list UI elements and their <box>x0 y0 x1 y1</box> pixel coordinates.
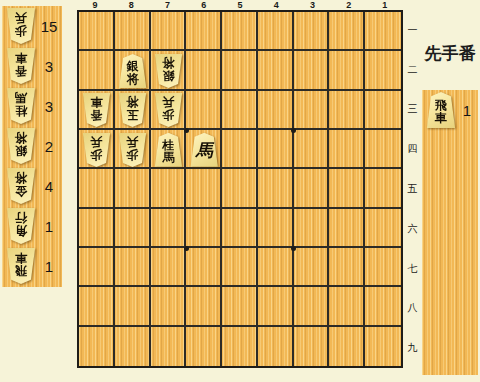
file-label-3: 3 <box>294 0 330 10</box>
sente-hand-row-rook: 飛車1 <box>422 90 478 130</box>
square-3-1[interactable] <box>294 12 330 51</box>
gote-hand-count-rook: 1 <box>36 258 62 275</box>
star-point <box>184 128 189 133</box>
square-4-4[interactable] <box>258 130 294 169</box>
file-label-4: 4 <box>258 0 294 10</box>
square-5-7[interactable] <box>222 248 258 287</box>
piece-body: 歩兵 <box>118 133 147 167</box>
gote-knight-piece[interactable]: 桂馬 <box>6 88 36 124</box>
piece-body: 飛車 <box>426 92 456 128</box>
piece-kanji: 兵 <box>127 136 139 149</box>
piece-kanji: 兵 <box>162 96 174 109</box>
square-3-8[interactable] <box>294 287 330 326</box>
square-2-4[interactable] <box>329 130 365 169</box>
rank-label-4: 四 <box>405 129 420 169</box>
rank-label-6: 六 <box>405 209 420 249</box>
gote-hand-row-gold: 金将4 <box>2 166 62 206</box>
file-label-1: 1 <box>367 0 403 10</box>
square-4-5[interactable] <box>258 169 294 208</box>
piece-kanji: 馬 <box>196 142 213 160</box>
piece-kanji: 車 <box>435 112 447 125</box>
sente-rook-piece[interactable]: 飛車 <box>426 92 456 128</box>
file-label-9: 9 <box>77 0 113 10</box>
rank-label-3: 三 <box>405 90 420 130</box>
square-7-1[interactable] <box>151 12 187 51</box>
piece-kanji: 車 <box>91 96 103 109</box>
piece-body: 銀将 <box>118 54 147 88</box>
sente-silver-at-8二[interactable]: 銀将 <box>118 54 147 88</box>
gote-hand-count-lance: 3 <box>36 58 62 75</box>
square-4-8[interactable] <box>258 287 294 326</box>
star-point <box>184 246 189 251</box>
square-6-9[interactable] <box>186 327 222 366</box>
turn-indicator: 先手番 <box>423 42 477 65</box>
square-6-5[interactable] <box>186 169 222 208</box>
piece-body: 歩兵 <box>154 93 183 127</box>
square-4-3[interactable] <box>258 91 294 130</box>
rank-label-7: 七 <box>405 249 420 289</box>
file-label-2: 2 <box>331 0 367 10</box>
rank-label-9: 九 <box>405 328 420 368</box>
square-1-4[interactable] <box>365 130 401 169</box>
rank-label-8: 八 <box>405 288 420 328</box>
piece-body: 馬 <box>190 133 219 167</box>
file-label-7: 7 <box>149 0 185 10</box>
gote-hand-row-bishop: 角行1 <box>2 206 62 246</box>
piece-body: 金将 <box>6 168 36 204</box>
square-2-6[interactable] <box>329 209 365 248</box>
piece-kanji: 兵 <box>91 136 103 149</box>
square-8-6[interactable] <box>115 209 151 248</box>
square-9-2[interactable] <box>79 51 115 90</box>
gote-king-at-8三[interactable]: 玉将 <box>118 93 147 127</box>
piece-kanji: 歩 <box>127 148 139 161</box>
gote-gold-piece[interactable]: 金将 <box>6 168 36 204</box>
piece-kanji: 歩 <box>91 148 103 161</box>
square-3-9[interactable] <box>294 327 330 366</box>
piece-kanji: 車 <box>15 52 27 65</box>
gote-hand-count-pawn: 15 <box>36 18 62 35</box>
square-3-5[interactable] <box>294 169 330 208</box>
piece-kanji: 将 <box>162 57 174 70</box>
gote-rook-piece[interactable]: 飛車 <box>6 248 36 284</box>
gote-hand-row-silver: 銀将2 <box>2 126 62 166</box>
square-6-6[interactable] <box>186 209 222 248</box>
gote-hand-count-silver: 2 <box>36 138 62 155</box>
gote-silver-piece[interactable]: 銀将 <box>6 128 36 164</box>
piece-kanji: 飛 <box>435 99 447 112</box>
piece-body: 桂馬 <box>154 133 183 167</box>
square-1-2[interactable] <box>365 51 401 90</box>
square-6-8[interactable] <box>186 287 222 326</box>
square-9-7[interactable] <box>79 248 115 287</box>
gote-pawn-at-9四[interactable]: 歩兵 <box>82 133 111 167</box>
piece-body: 桂馬 <box>6 88 36 124</box>
piece-body: 銀将 <box>154 54 183 88</box>
piece-kanji: 金 <box>15 185 27 198</box>
square-6-2[interactable] <box>186 51 222 90</box>
star-point <box>291 246 296 251</box>
piece-body: 玉将 <box>118 93 147 127</box>
gote-hand-row-pawn: 歩兵15 <box>2 6 62 46</box>
piece-kanji: 歩 <box>15 25 27 38</box>
piece-body: 歩兵 <box>6 8 36 44</box>
gote-bishop-piece[interactable]: 角行 <box>6 208 36 244</box>
piece-kanji: 車 <box>15 252 27 265</box>
piece-kanji: 兵 <box>15 12 27 25</box>
square-2-9[interactable] <box>329 327 365 366</box>
square-7-7[interactable] <box>151 248 187 287</box>
gote-hand-count-knight: 3 <box>36 98 62 115</box>
shogi-board: 銀将銀将香車玉将歩兵歩兵歩兵桂馬馬 <box>77 10 403 368</box>
square-2-5[interactable] <box>329 169 365 208</box>
square-7-8[interactable] <box>151 287 187 326</box>
square-2-2[interactable] <box>329 51 365 90</box>
gote-hand-row-rook: 飛車1 <box>2 246 62 286</box>
square-3-7[interactable] <box>294 248 330 287</box>
square-7-6[interactable] <box>151 209 187 248</box>
gote-hand-count-bishop: 1 <box>36 218 62 235</box>
piece-kanji: 銀 <box>127 60 139 73</box>
square-1-7[interactable] <box>365 248 401 287</box>
piece-body: 銀将 <box>6 128 36 164</box>
piece-body: 角行 <box>6 208 36 244</box>
file-labels: 987654321 <box>77 0 403 10</box>
piece-kanji: 将 <box>127 96 139 109</box>
sente-captured-stand: 飛車1 <box>422 90 478 375</box>
square-2-7[interactable] <box>329 248 365 287</box>
rank-label-5: 五 <box>405 169 420 209</box>
square-5-3[interactable] <box>222 91 258 130</box>
square-7-9[interactable] <box>151 327 187 366</box>
piece-kanji: 将 <box>15 132 27 145</box>
piece-kanji: 歩 <box>162 109 174 122</box>
square-6-3[interactable] <box>186 91 222 130</box>
square-5-6[interactable] <box>222 209 258 248</box>
square-9-8[interactable] <box>79 287 115 326</box>
square-8-7[interactable] <box>115 248 151 287</box>
piece-kanji: 角 <box>15 225 27 238</box>
piece-kanji: 飛 <box>15 265 27 278</box>
star-point <box>291 128 296 133</box>
square-9-9[interactable] <box>79 327 115 366</box>
square-8-5[interactable] <box>115 169 151 208</box>
square-3-4[interactable] <box>294 130 330 169</box>
gote-pawn-at-8四[interactable]: 歩兵 <box>118 133 147 167</box>
square-8-9[interactable] <box>115 327 151 366</box>
file-label-6: 6 <box>186 0 222 10</box>
square-1-3[interactable] <box>365 91 401 130</box>
gote-pawn-at-7三[interactable]: 歩兵 <box>154 93 183 127</box>
square-9-5[interactable] <box>79 169 115 208</box>
piece-body: 飛車 <box>6 248 36 284</box>
square-3-2[interactable] <box>294 51 330 90</box>
sente-promoted-bishop-at-6四[interactable]: 馬 <box>190 133 219 167</box>
square-8-8[interactable] <box>115 287 151 326</box>
piece-body: 香車 <box>82 93 111 127</box>
square-8-1[interactable] <box>115 12 151 51</box>
square-9-1[interactable] <box>79 12 115 51</box>
square-2-3[interactable] <box>329 91 365 130</box>
gote-hand-row-lance: 香車3 <box>2 46 62 86</box>
square-1-9[interactable] <box>365 327 401 366</box>
piece-kanji: 香 <box>91 109 103 122</box>
piece-body: 香車 <box>6 48 36 84</box>
square-5-2[interactable] <box>222 51 258 90</box>
piece-kanji: 馬 <box>15 92 27 105</box>
square-4-7[interactable] <box>258 248 294 287</box>
square-1-1[interactable] <box>365 12 401 51</box>
square-4-6[interactable] <box>258 209 294 248</box>
square-3-6[interactable] <box>294 209 330 248</box>
piece-kanji: 銀 <box>162 70 174 83</box>
square-5-8[interactable] <box>222 287 258 326</box>
file-label-5: 5 <box>222 0 258 10</box>
sente-hand-count-rook: 1 <box>456 102 478 119</box>
gote-captured-stand: 歩兵15香車3桂馬3銀将2金将4角行1飛車1 <box>2 6 62 287</box>
piece-kanji: 銀 <box>15 145 27 158</box>
piece-kanji: 香 <box>15 65 27 78</box>
gote-pawn-piece[interactable]: 歩兵 <box>6 8 36 44</box>
square-4-1[interactable] <box>258 12 294 51</box>
square-3-3[interactable] <box>294 91 330 130</box>
file-label-8: 8 <box>113 0 149 10</box>
shogi-diagram: 987654321 一二三四五六七八九 銀将銀将香車玉将歩兵歩兵歩兵桂馬馬 歩兵… <box>0 0 480 382</box>
square-1-5[interactable] <box>365 169 401 208</box>
gote-lance-at-9三[interactable]: 香車 <box>82 93 111 127</box>
square-5-9[interactable] <box>222 327 258 366</box>
square-4-2[interactable] <box>258 51 294 90</box>
piece-kanji: 将 <box>15 172 27 185</box>
rank-label-2: 二 <box>405 50 420 90</box>
gote-lance-piece[interactable]: 香車 <box>6 48 36 84</box>
square-1-8[interactable] <box>365 287 401 326</box>
rank-labels: 一二三四五六七八九 <box>405 10 420 368</box>
square-5-5[interactable] <box>222 169 258 208</box>
piece-body: 歩兵 <box>82 133 111 167</box>
piece-kanji: 馬 <box>162 151 174 164</box>
piece-kanji: 行 <box>15 212 27 225</box>
square-7-5[interactable] <box>151 169 187 208</box>
square-1-6[interactable] <box>365 209 401 248</box>
square-2-1[interactable] <box>329 12 365 51</box>
square-6-1[interactable] <box>186 12 222 51</box>
square-2-8[interactable] <box>329 287 365 326</box>
piece-kanji: 桂 <box>15 105 27 118</box>
square-5-1[interactable] <box>222 12 258 51</box>
square-6-7[interactable] <box>186 248 222 287</box>
gote-hand-count-gold: 4 <box>36 178 62 195</box>
gote-silver-at-7二[interactable]: 銀将 <box>154 54 183 88</box>
square-4-9[interactable] <box>258 327 294 366</box>
piece-kanji: 玉 <box>127 109 139 122</box>
gote-hand-row-knight: 桂馬3 <box>2 86 62 126</box>
sente-knight-at-7四[interactable]: 桂馬 <box>154 133 183 167</box>
square-9-6[interactable] <box>79 209 115 248</box>
piece-kanji: 将 <box>127 73 139 86</box>
rank-label-1: 一 <box>405 10 420 50</box>
square-5-4[interactable] <box>222 130 258 169</box>
